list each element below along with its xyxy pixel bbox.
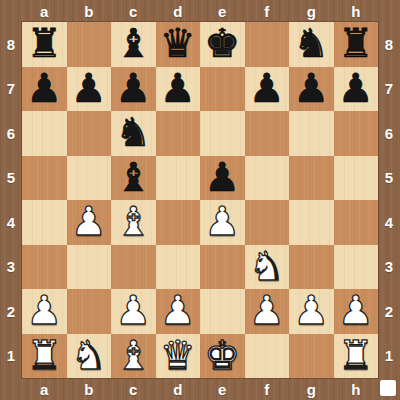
piece-white-knight-b1[interactable]: ♞ bbox=[71, 335, 107, 375]
file-label: d bbox=[156, 378, 201, 400]
square-e7[interactable] bbox=[200, 67, 245, 112]
square-f1[interactable] bbox=[245, 334, 290, 379]
square-b5[interactable] bbox=[67, 156, 112, 201]
piece-black-pawn-e5[interactable]: ♟ bbox=[204, 157, 240, 197]
square-f3[interactable]: ♞ bbox=[245, 245, 290, 290]
square-g2[interactable]: ♟ bbox=[289, 289, 334, 334]
square-f7[interactable]: ♟ bbox=[245, 67, 290, 112]
piece-black-pawn-b7[interactable]: ♟ bbox=[71, 68, 107, 108]
rank-label: 1 bbox=[378, 334, 400, 379]
file-label: b bbox=[67, 378, 112, 400]
square-d8[interactable]: ♛ bbox=[156, 22, 201, 67]
square-g7[interactable]: ♟ bbox=[289, 67, 334, 112]
square-a5[interactable] bbox=[22, 156, 67, 201]
square-a8[interactable]: ♜ bbox=[22, 22, 67, 67]
piece-white-rook-h1[interactable]: ♜ bbox=[338, 335, 374, 375]
square-h3[interactable] bbox=[334, 245, 379, 290]
file-label: h bbox=[334, 378, 379, 400]
square-f4[interactable] bbox=[245, 200, 290, 245]
rank-label: 3 bbox=[0, 245, 22, 290]
file-label: g bbox=[289, 0, 334, 22]
file-label: g bbox=[289, 378, 334, 400]
square-c1[interactable]: ♝ bbox=[111, 334, 156, 379]
square-d2[interactable]: ♟ bbox=[156, 289, 201, 334]
rank-label: 5 bbox=[378, 156, 400, 201]
piece-white-pawn-h2[interactable]: ♟ bbox=[338, 290, 374, 330]
piece-black-bishop-c8[interactable]: ♝ bbox=[115, 23, 151, 63]
square-e6[interactable] bbox=[200, 111, 245, 156]
square-a6[interactable] bbox=[22, 111, 67, 156]
piece-white-pawn-g2[interactable]: ♟ bbox=[293, 290, 329, 330]
piece-black-knight-g8[interactable]: ♞ bbox=[293, 23, 329, 63]
square-h5[interactable] bbox=[334, 156, 379, 201]
square-d5[interactable] bbox=[156, 156, 201, 201]
square-e4[interactable]: ♟ bbox=[200, 200, 245, 245]
square-b1[interactable]: ♞ bbox=[67, 334, 112, 379]
piece-black-pawn-h7[interactable]: ♟ bbox=[338, 68, 374, 108]
square-c4[interactable]: ♝ bbox=[111, 200, 156, 245]
square-f5[interactable] bbox=[245, 156, 290, 201]
piece-white-pawn-b4[interactable]: ♟ bbox=[71, 201, 107, 241]
square-g8[interactable]: ♞ bbox=[289, 22, 334, 67]
square-c8[interactable]: ♝ bbox=[111, 22, 156, 67]
square-a4[interactable] bbox=[22, 200, 67, 245]
square-c5[interactable]: ♝ bbox=[111, 156, 156, 201]
rank-label: 1 bbox=[0, 334, 22, 379]
square-d1[interactable]: ♛ bbox=[156, 334, 201, 379]
file-label: e bbox=[200, 378, 245, 400]
piece-black-queen-d8[interactable]: ♛ bbox=[160, 23, 196, 63]
white-square-icon bbox=[380, 380, 396, 396]
piece-black-pawn-c7[interactable]: ♟ bbox=[115, 68, 151, 108]
piece-black-king-e8[interactable]: ♚ bbox=[204, 23, 240, 63]
square-g3[interactable] bbox=[289, 245, 334, 290]
square-h4[interactable] bbox=[334, 200, 379, 245]
rank-label: 3 bbox=[378, 245, 400, 290]
file-label: a bbox=[22, 0, 67, 22]
square-f2[interactable]: ♟ bbox=[245, 289, 290, 334]
piece-white-queen-d1[interactable]: ♛ bbox=[160, 335, 196, 375]
square-d3[interactable] bbox=[156, 245, 201, 290]
square-h7[interactable]: ♟ bbox=[334, 67, 379, 112]
square-c3[interactable] bbox=[111, 245, 156, 290]
piece-white-pawn-e4[interactable]: ♟ bbox=[204, 201, 240, 241]
square-a2[interactable]: ♟ bbox=[22, 289, 67, 334]
square-b4[interactable]: ♟ bbox=[67, 200, 112, 245]
square-g5[interactable] bbox=[289, 156, 334, 201]
square-c7[interactable]: ♟ bbox=[111, 67, 156, 112]
piece-white-king-e1[interactable]: ♚ bbox=[204, 335, 240, 375]
rank-label: 8 bbox=[378, 22, 400, 67]
square-g4[interactable] bbox=[289, 200, 334, 245]
piece-white-knight-f3[interactable]: ♞ bbox=[249, 246, 285, 286]
square-a3[interactable] bbox=[22, 245, 67, 290]
square-d7[interactable]: ♟ bbox=[156, 67, 201, 112]
square-f6[interactable] bbox=[245, 111, 290, 156]
square-h6[interactable] bbox=[334, 111, 379, 156]
piece-black-pawn-a7[interactable]: ♟ bbox=[26, 68, 62, 108]
file-label: d bbox=[156, 0, 201, 22]
square-h1[interactable]: ♜ bbox=[334, 334, 379, 379]
rank-labels-left: 87654321 bbox=[0, 22, 22, 378]
piece-black-pawn-d7[interactable]: ♟ bbox=[160, 68, 196, 108]
square-a7[interactable]: ♟ bbox=[22, 67, 67, 112]
square-b8[interactable] bbox=[67, 22, 112, 67]
rank-labels-right: 87654321 bbox=[378, 22, 400, 378]
square-d4[interactable] bbox=[156, 200, 201, 245]
square-b3[interactable] bbox=[67, 245, 112, 290]
piece-black-pawn-g7[interactable]: ♟ bbox=[293, 68, 329, 108]
rank-label: 4 bbox=[0, 200, 22, 245]
square-e1[interactable]: ♚ bbox=[200, 334, 245, 379]
file-label: f bbox=[245, 0, 290, 22]
square-e3[interactable] bbox=[200, 245, 245, 290]
file-label: a bbox=[22, 378, 67, 400]
square-c6[interactable]: ♞ bbox=[111, 111, 156, 156]
square-g6[interactable] bbox=[289, 111, 334, 156]
piece-black-rook-a8[interactable]: ♜ bbox=[26, 23, 62, 63]
piece-white-pawn-d2[interactable]: ♟ bbox=[160, 290, 196, 330]
rank-label: 6 bbox=[0, 111, 22, 156]
file-labels-top: abcdefgh bbox=[22, 0, 378, 22]
rank-label: 2 bbox=[0, 289, 22, 334]
file-label: e bbox=[200, 0, 245, 22]
piece-white-rook-a1[interactable]: ♜ bbox=[26, 335, 62, 375]
piece-black-pawn-f7[interactable]: ♟ bbox=[249, 68, 285, 108]
square-c2[interactable]: ♟ bbox=[111, 289, 156, 334]
rank-label: 8 bbox=[0, 22, 22, 67]
rank-label: 7 bbox=[378, 67, 400, 112]
rank-label: 4 bbox=[378, 200, 400, 245]
square-b2[interactable] bbox=[67, 289, 112, 334]
piece-black-rook-h8[interactable]: ♜ bbox=[338, 23, 374, 63]
square-b7[interactable]: ♟ bbox=[67, 67, 112, 112]
rank-label: 7 bbox=[0, 67, 22, 112]
square-e2[interactable] bbox=[200, 289, 245, 334]
file-label: c bbox=[111, 0, 156, 22]
square-d6[interactable] bbox=[156, 111, 201, 156]
square-h2[interactable]: ♟ bbox=[334, 289, 379, 334]
chess-board[interactable]: ♜♝♛♚♞♜♟♟♟♟♟♟♟♞♝♟♟♝♟♞♟♟♟♟♟♟♜♞♝♛♚♜ bbox=[22, 22, 378, 378]
file-label: c bbox=[111, 378, 156, 400]
file-labels-bottom: abcdefgh bbox=[22, 378, 378, 400]
rank-label: 6 bbox=[378, 111, 400, 156]
piece-white-bishop-c1[interactable]: ♝ bbox=[115, 335, 151, 375]
chess-board-frame: abcdefgh abcdefgh 87654321 87654321 ♜♝♛♚… bbox=[0, 0, 400, 400]
piece-white-bishop-c4[interactable]: ♝ bbox=[115, 201, 151, 241]
file-label: b bbox=[67, 0, 112, 22]
square-a1[interactable]: ♜ bbox=[22, 334, 67, 379]
piece-white-pawn-f2[interactable]: ♟ bbox=[249, 290, 285, 330]
rank-label: 5 bbox=[0, 156, 22, 201]
square-h8[interactable]: ♜ bbox=[334, 22, 379, 67]
piece-black-bishop-c5[interactable]: ♝ bbox=[115, 157, 151, 197]
rank-label: 2 bbox=[378, 289, 400, 334]
square-g1[interactable] bbox=[289, 334, 334, 379]
file-label: f bbox=[245, 378, 290, 400]
file-label: h bbox=[334, 0, 379, 22]
square-e8[interactable]: ♚ bbox=[200, 22, 245, 67]
piece-white-pawn-c2[interactable]: ♟ bbox=[115, 290, 151, 330]
piece-white-pawn-a2[interactable]: ♟ bbox=[26, 290, 62, 330]
square-b6[interactable] bbox=[67, 111, 112, 156]
piece-black-knight-c6[interactable]: ♞ bbox=[115, 112, 151, 152]
square-f8[interactable] bbox=[245, 22, 290, 67]
square-e5[interactable]: ♟ bbox=[200, 156, 245, 201]
